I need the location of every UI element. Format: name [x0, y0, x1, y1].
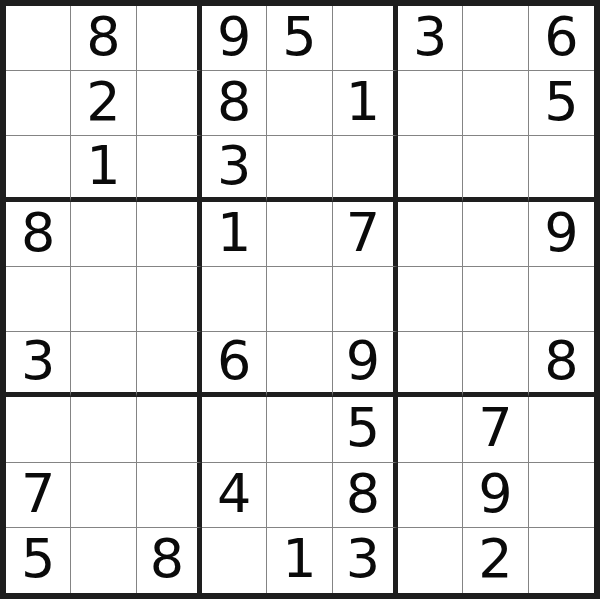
given-digit: 3: [217, 139, 251, 193]
cell-r5c3[interactable]: [137, 267, 202, 332]
given-digit: 1: [282, 532, 316, 586]
cell-r7c2[interactable]: [71, 397, 136, 462]
cell-r7c8[interactable]: 7: [463, 397, 528, 462]
cell-r1c3[interactable]: [137, 6, 202, 71]
cell-r2c6[interactable]: 1: [333, 71, 398, 136]
cell-r1c9[interactable]: 6: [529, 6, 594, 71]
cell-r1c6[interactable]: [333, 6, 398, 71]
cell-r8c6[interactable]: 8: [333, 463, 398, 528]
given-digit: 8: [544, 334, 578, 388]
given-digit: 9: [217, 10, 251, 64]
cell-r9c6[interactable]: 3: [333, 528, 398, 593]
cell-r7c7[interactable]: [398, 397, 463, 462]
given-digit: 7: [346, 206, 380, 260]
cell-r1c7[interactable]: 3: [398, 6, 463, 71]
cell-r7c4[interactable]: [202, 397, 267, 462]
cell-r6c5[interactable]: [267, 332, 332, 397]
cell-r3c8[interactable]: [463, 136, 528, 201]
cell-r5c6[interactable]: [333, 267, 398, 332]
cell-r8c5[interactable]: [267, 463, 332, 528]
cell-r2c4[interactable]: 8: [202, 71, 267, 136]
given-digit: 8: [86, 10, 120, 64]
cell-r1c4[interactable]: 9: [202, 6, 267, 71]
cell-r2c7[interactable]: [398, 71, 463, 136]
cell-r2c1[interactable]: [6, 71, 71, 136]
cell-r7c1[interactable]: [6, 397, 71, 462]
cell-r6c4[interactable]: 6: [202, 332, 267, 397]
given-digit: 1: [346, 75, 380, 129]
given-digit: 9: [544, 206, 578, 260]
given-digit: 8: [150, 532, 184, 586]
cell-r9c8[interactable]: 2: [463, 528, 528, 593]
given-digit: 3: [21, 334, 55, 388]
given-digit: 3: [413, 10, 447, 64]
given-digit: 5: [282, 10, 316, 64]
cell-r6c7[interactable]: [398, 332, 463, 397]
cell-r4c6[interactable]: 7: [333, 202, 398, 267]
cell-r5c2[interactable]: [71, 267, 136, 332]
cell-r8c4[interactable]: 4: [202, 463, 267, 528]
cell-r7c9[interactable]: [529, 397, 594, 462]
cell-r5c4[interactable]: [202, 267, 267, 332]
cell-r4c4[interactable]: 1: [202, 202, 267, 267]
cell-r9c7[interactable]: [398, 528, 463, 593]
given-digit: 1: [217, 206, 251, 260]
cell-r3c3[interactable]: [137, 136, 202, 201]
cell-r1c2[interactable]: 8: [71, 6, 136, 71]
cell-r4c8[interactable]: [463, 202, 528, 267]
cell-r9c9[interactable]: [529, 528, 594, 593]
cell-r2c8[interactable]: [463, 71, 528, 136]
given-digit: 9: [478, 467, 512, 521]
given-digit: 9: [346, 334, 380, 388]
given-digit: 4: [217, 467, 251, 521]
given-digit: 5: [346, 401, 380, 455]
cell-r5c1[interactable]: [6, 267, 71, 332]
sudoku-board: 895362815138179369857748958132: [0, 0, 600, 599]
cell-r4c1[interactable]: 8: [6, 202, 71, 267]
cell-r5c7[interactable]: [398, 267, 463, 332]
cell-r5c5[interactable]: [267, 267, 332, 332]
cell-r4c7[interactable]: [398, 202, 463, 267]
cell-r4c9[interactable]: 9: [529, 202, 594, 267]
given-digit: 7: [21, 467, 55, 521]
given-digit: 2: [86, 75, 120, 129]
cell-r6c9[interactable]: 8: [529, 332, 594, 397]
cell-r3c4[interactable]: 3: [202, 136, 267, 201]
cell-r2c3[interactable]: [137, 71, 202, 136]
given-digit: 6: [544, 10, 578, 64]
cell-r6c2[interactable]: [71, 332, 136, 397]
cell-r8c8[interactable]: 9: [463, 463, 528, 528]
cell-r8c1[interactable]: 7: [6, 463, 71, 528]
cell-r1c8[interactable]: [463, 6, 528, 71]
given-digit: 8: [21, 206, 55, 260]
given-digit: 1: [86, 139, 120, 193]
cell-r7c5[interactable]: [267, 397, 332, 462]
cell-r3c1[interactable]: [6, 136, 71, 201]
cell-r7c3[interactable]: [137, 397, 202, 462]
cell-r8c7[interactable]: [398, 463, 463, 528]
given-digit: 3: [346, 532, 380, 586]
cell-r1c1[interactable]: [6, 6, 71, 71]
cell-r3c5[interactable]: [267, 136, 332, 201]
cell-r6c3[interactable]: [137, 332, 202, 397]
cell-r7c6[interactable]: 5: [333, 397, 398, 462]
given-digit: 8: [217, 75, 251, 129]
given-digit: 8: [346, 467, 380, 521]
given-digit: 2: [478, 532, 512, 586]
given-digit: 5: [544, 75, 578, 129]
cell-r6c1[interactable]: 3: [6, 332, 71, 397]
cell-r9c2[interactable]: [71, 528, 136, 593]
cell-r8c2[interactable]: [71, 463, 136, 528]
cell-r9c5[interactable]: 1: [267, 528, 332, 593]
cell-r1c5[interactable]: 5: [267, 6, 332, 71]
cell-r2c2[interactable]: 2: [71, 71, 136, 136]
cell-r3c7[interactable]: [398, 136, 463, 201]
given-digit: 5: [21, 532, 55, 586]
cell-r9c3[interactable]: 8: [137, 528, 202, 593]
cell-r9c1[interactable]: 5: [6, 528, 71, 593]
cell-r5c9[interactable]: [529, 267, 594, 332]
cell-r3c2[interactable]: 1: [71, 136, 136, 201]
cell-r4c2[interactable]: [71, 202, 136, 267]
cell-r6c6[interactable]: 9: [333, 332, 398, 397]
cell-r5c8[interactable]: [463, 267, 528, 332]
cell-r3c9[interactable]: [529, 136, 594, 201]
given-digit: 6: [217, 334, 251, 388]
cell-r8c9[interactable]: [529, 463, 594, 528]
cell-r6c8[interactable]: [463, 332, 528, 397]
cell-r4c3[interactable]: [137, 202, 202, 267]
cell-r3c6[interactable]: [333, 136, 398, 201]
given-digit: 7: [478, 401, 512, 455]
cell-r8c3[interactable]: [137, 463, 202, 528]
cell-r2c5[interactable]: [267, 71, 332, 136]
cell-r4c5[interactable]: [267, 202, 332, 267]
cell-r9c4[interactable]: [202, 528, 267, 593]
cell-r2c9[interactable]: 5: [529, 71, 594, 136]
